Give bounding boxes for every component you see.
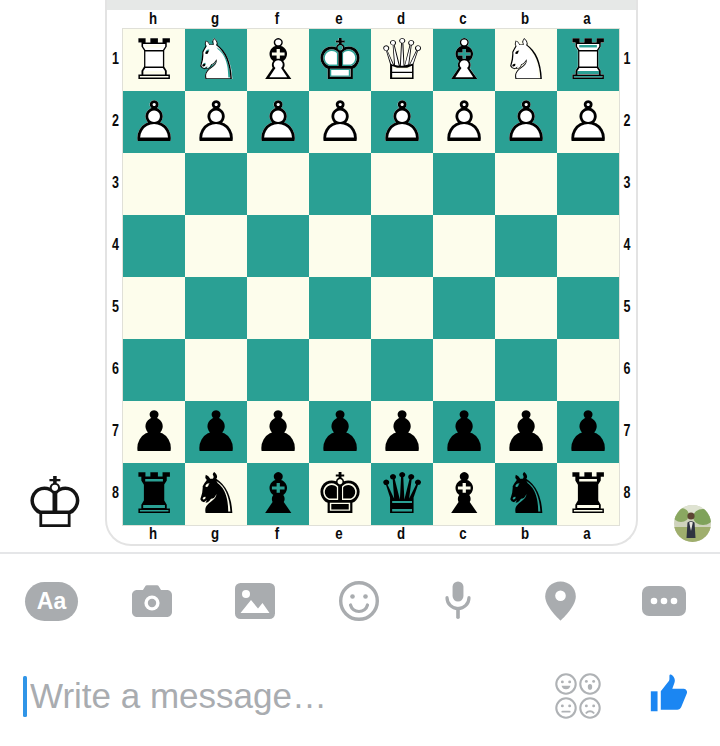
rank-label-8: 8 (620, 462, 634, 524)
square-f7: ♟ (247, 401, 309, 463)
location-pin-icon (544, 581, 577, 621)
piece-black-knight: ♞ (191, 463, 241, 525)
piece-black-bishop: ♝ (439, 463, 489, 525)
emoji-faces-icon (554, 672, 602, 720)
square-c8: ♝ (433, 463, 495, 525)
square-b4 (495, 215, 557, 277)
piece-black-bishop: ♝ (253, 463, 303, 525)
square-f3 (247, 153, 309, 215)
gallery-button[interactable] (229, 575, 281, 627)
file-label-f: f (253, 524, 301, 544)
square-b2: ♟♙ (495, 91, 557, 153)
piece-black-pawn: ♟ (501, 401, 551, 463)
piece-black-rook: ♜ (563, 463, 613, 525)
square-h4 (123, 215, 185, 277)
square-g3 (185, 153, 247, 215)
rank-label-2: 2 (620, 90, 634, 152)
board-grid: ♜♖♞♘♝♗♚♔♛♕♝♗♞♘♜♖♟♙♟♙♟♙♟♙♟♙♟♙♟♙♟♙♟♟♟♟♟♟♟♟… (122, 28, 620, 526)
square-d3 (371, 153, 433, 215)
rank-label-5: 5 (109, 276, 122, 338)
piece-white-pawn: ♟♙ (377, 91, 427, 153)
thumbs-up-icon (647, 671, 693, 717)
piece-black-pawn: ♟ (191, 401, 241, 463)
rank-label-6: 6 (109, 338, 122, 400)
square-a3 (557, 153, 619, 215)
piece-white-king: ♚♔ (315, 29, 365, 91)
piece-white-pawn: ♟♙ (315, 91, 365, 153)
square-c2: ♟♙ (433, 91, 495, 153)
more-options-icon (641, 581, 687, 621)
square-f4 (247, 215, 309, 277)
square-a1: ♜♖ (557, 29, 619, 91)
rank-label-7: 7 (620, 400, 634, 462)
piece-white-bishop: ♝♗ (253, 29, 303, 91)
square-e7: ♟ (309, 401, 371, 463)
piece-white-rook: ♜♖ (129, 29, 179, 91)
square-f8: ♝ (247, 463, 309, 525)
text-style-label: Aa (37, 588, 66, 615)
smiley-icon (338, 580, 380, 622)
square-b5 (495, 277, 557, 339)
rank-labels-right: 12345678 (618, 28, 636, 524)
square-c4 (433, 215, 495, 277)
microphone-icon (441, 580, 475, 622)
square-g4 (185, 215, 247, 277)
square-a4 (557, 215, 619, 277)
rank-label-6: 6 (620, 338, 634, 400)
square-d8: ♛ (371, 463, 433, 525)
text-caret (23, 676, 27, 717)
square-d1: ♛♕ (371, 29, 433, 91)
text-style-button[interactable]: Aa (25, 582, 78, 621)
piece-black-pawn: ♟ (563, 401, 613, 463)
like-button[interactable] (644, 668, 696, 720)
piece-white-rook: ♜♖ (563, 29, 613, 91)
piece-black-pawn: ♟ (439, 401, 489, 463)
square-f1: ♝♗ (247, 29, 309, 91)
messenger-screen: hgfedcba ♜♖♞♘♝♗♚♔♛♕♝♗♞♘♜♖♟♙♟♙♟♙♟♙♟♙♟♙♟♙♟… (0, 0, 720, 746)
square-e4 (309, 215, 371, 277)
square-b8: ♞ (495, 463, 557, 525)
piece-white-knight: ♞♘ (501, 29, 551, 91)
contact-photo-icon (674, 505, 711, 542)
square-g2: ♟♙ (185, 91, 247, 153)
square-f2: ♟♙ (247, 91, 309, 153)
rank-label-8: 8 (109, 462, 122, 524)
composer-divider (0, 552, 720, 554)
file-label-e: e (315, 524, 363, 544)
piece-white-pawn: ♟♙ (501, 91, 551, 153)
more-button[interactable] (638, 575, 690, 627)
photo-gallery-icon (235, 583, 275, 619)
rank-label-1: 1 (109, 28, 122, 90)
square-f5 (247, 277, 309, 339)
rank-label-1: 1 (620, 28, 634, 90)
rank-label-2: 2 (109, 90, 122, 152)
file-labels-bottom: hgfedcba (122, 524, 618, 544)
piece-white-pawn: ♟♙ (563, 91, 613, 153)
chess-board-message-bubble[interactable]: hgfedcba ♜♖♞♘♝♗♚♔♛♕♝♗♞♘♜♖♟♙♟♙♟♙♟♙♟♙♟♙♟♙♟… (105, 0, 638, 546)
square-g8: ♞ (185, 463, 247, 525)
piece-white-pawn: ♟♙ (253, 91, 303, 153)
square-e5 (309, 277, 371, 339)
file-label-g: g (191, 524, 239, 544)
square-b3 (495, 153, 557, 215)
piece-white-pawn: ♟♙ (191, 91, 241, 153)
piece-black-pawn: ♟ (129, 401, 179, 463)
square-h6 (123, 339, 185, 401)
square-c7: ♟ (433, 401, 495, 463)
piece-white-pawn: ♟♙ (439, 91, 489, 153)
camera-button[interactable] (126, 575, 178, 627)
square-g7: ♟ (185, 401, 247, 463)
file-label-d: d (377, 524, 425, 544)
camera-icon (131, 583, 173, 619)
voice-button[interactable] (432, 575, 484, 627)
square-g1: ♞♘ (185, 29, 247, 91)
square-a6 (557, 339, 619, 401)
rank-label-5: 5 (620, 276, 634, 338)
square-h8: ♜ (123, 463, 185, 525)
square-h2: ♟♙ (123, 91, 185, 153)
square-a5 (557, 277, 619, 339)
location-button[interactable] (534, 575, 586, 627)
square-c3 (433, 153, 495, 215)
square-c1: ♝♗ (433, 29, 495, 91)
file-label-a: a (563, 524, 611, 544)
file-label-h: h (129, 524, 177, 544)
piece-black-queen: ♛ (377, 463, 427, 525)
square-d6 (371, 339, 433, 401)
square-d7: ♟ (371, 401, 433, 463)
file-label-b: b (501, 524, 549, 544)
square-h7: ♟ (123, 401, 185, 463)
rank-label-4: 4 (620, 214, 634, 276)
piece-black-king: ♚ (315, 463, 365, 525)
piece-black-rook: ♜ (129, 463, 179, 525)
square-d2: ♟♙ (371, 91, 433, 153)
rank-label-3: 3 (620, 152, 634, 214)
emoji-button[interactable] (333, 575, 385, 627)
square-g5 (185, 277, 247, 339)
piece-black-pawn: ♟ (253, 401, 303, 463)
piece-black-knight: ♞ (501, 463, 551, 525)
rank-labels-left: 12345678 (107, 28, 124, 524)
read-receipt-avatar (674, 505, 711, 542)
square-c6 (433, 339, 495, 401)
square-a7: ♟ (557, 401, 619, 463)
square-h5 (123, 277, 185, 339)
square-c5 (433, 277, 495, 339)
message-input[interactable] (30, 668, 530, 724)
rank-label-7: 7 (109, 400, 122, 462)
square-b6 (495, 339, 557, 401)
square-e8: ♚ (309, 463, 371, 525)
square-g6 (185, 339, 247, 401)
piece-white-bishop: ♝♗ (439, 29, 489, 91)
piece-black-pawn: ♟ (377, 401, 427, 463)
white-king-emoji: ♔ (20, 462, 90, 544)
emoji-picker-button[interactable] (552, 670, 604, 722)
piece-white-pawn: ♟♙ (129, 91, 179, 153)
piece-white-queen: ♛♕ (377, 29, 427, 91)
square-e6 (309, 339, 371, 401)
square-b7: ♟ (495, 401, 557, 463)
square-b1: ♞♘ (495, 29, 557, 91)
square-d4 (371, 215, 433, 277)
rank-label-3: 3 (109, 152, 122, 214)
piece-black-pawn: ♟ (315, 401, 365, 463)
square-e2: ♟♙ (309, 91, 371, 153)
piece-white-knight: ♞♘ (191, 29, 241, 91)
file-label-c: c (439, 524, 487, 544)
square-e3 (309, 153, 371, 215)
square-h1: ♜♖ (123, 29, 185, 91)
square-h3 (123, 153, 185, 215)
square-d5 (371, 277, 433, 339)
rank-label-4: 4 (109, 214, 122, 276)
square-e1: ♚♔ (309, 29, 371, 91)
square-a8: ♜ (557, 463, 619, 525)
square-f6 (247, 339, 309, 401)
square-a2: ♟♙ (557, 91, 619, 153)
